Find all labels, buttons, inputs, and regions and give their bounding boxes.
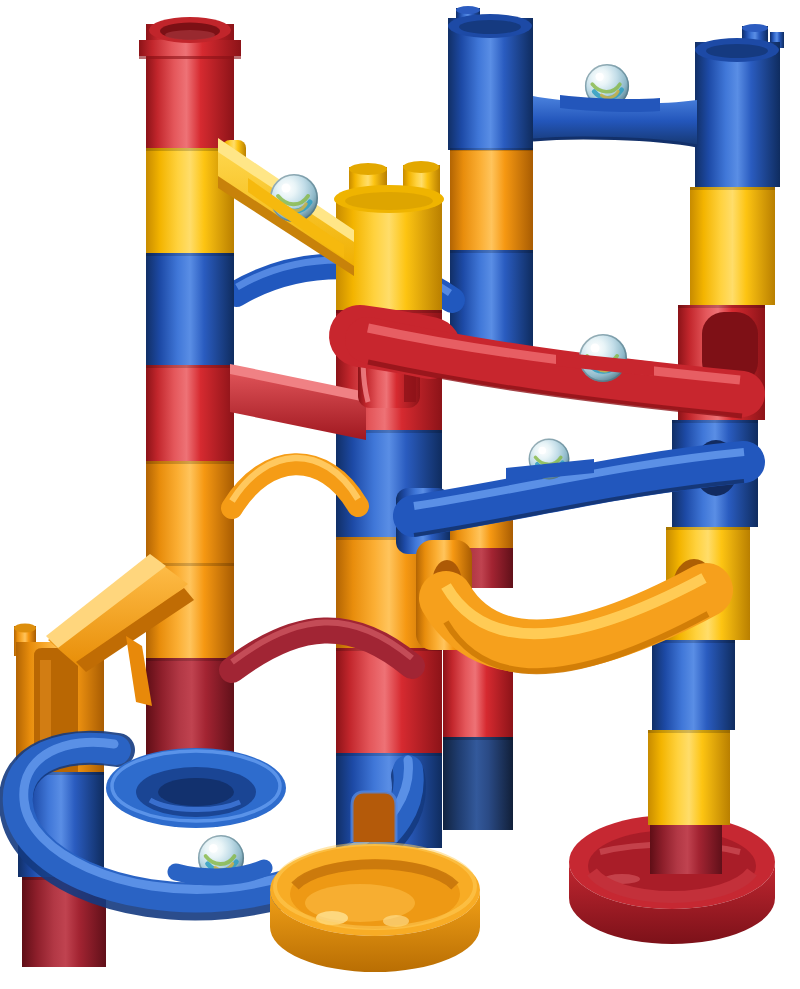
right-segment-blue2 <box>652 640 735 730</box>
left-segment-orange <box>146 461 234 563</box>
yellow-dish <box>270 844 480 972</box>
right-segment-yellow3 <box>648 730 730 825</box>
marble-run-photo: Marble run construction toy of stacked r… <box>0 0 800 989</box>
left-segment-blue <box>146 253 234 365</box>
post-segment-orange <box>450 150 533 250</box>
left-tower <box>139 17 241 770</box>
red-base-dish <box>569 815 775 944</box>
right-post-blue <box>695 42 780 187</box>
post-segment-navy <box>443 737 513 830</box>
right-segment-yellow <box>690 187 775 305</box>
left-segment-red <box>146 365 234 461</box>
